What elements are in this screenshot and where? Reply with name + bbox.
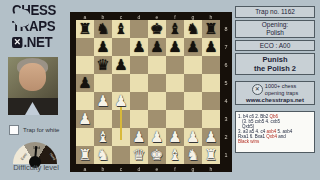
white-piece-a3: ♟ — [78, 110, 91, 128]
square-g8: ♞ — [184, 20, 202, 38]
square-d4 — [130, 92, 148, 110]
square-e1: ♚ — [148, 146, 166, 164]
file-label-h: h — [206, 14, 216, 20]
square-a4 — [76, 92, 94, 110]
trap-number: Trap no. 1162 — [255, 8, 295, 16]
square-f6 — [166, 56, 184, 74]
trap-number-box: Trap no. 1162 — [235, 6, 315, 18]
white-piece-g2: ♟ — [186, 128, 199, 146]
file-label-d: d — [134, 14, 144, 20]
black-piece-e8: ♚ — [150, 20, 163, 38]
opening-name: Polish — [266, 29, 284, 37]
square-f1: ♝ — [166, 146, 184, 164]
square-b1: ♞ — [94, 146, 112, 164]
square-f7: ♟ — [166, 38, 184, 56]
file-label-g: g — [188, 166, 198, 172]
rank-label-7: 7 — [222, 42, 229, 53]
logo-suffix: .NET — [23, 34, 52, 50]
square-g7: ♟ — [184, 38, 202, 56]
square-b6: ♛ — [94, 56, 112, 74]
square-g3 — [184, 110, 202, 128]
black-piece-f8: ♝ — [168, 20, 181, 38]
square-d8 — [130, 20, 148, 38]
square-a5: ♟ — [76, 74, 94, 92]
file-label-a: a — [80, 14, 90, 20]
white-piece-e1: ♚ — [150, 146, 163, 164]
square-e4 — [148, 92, 166, 110]
square-g6 — [184, 56, 202, 74]
presenter-photo — [8, 57, 58, 115]
move-list: 1. b4 c6 2. Bb2 Qb6(3. b5 cxb5 4. cxb5Qx… — [238, 114, 314, 144]
square-a7 — [76, 38, 94, 56]
black-piece-g7: ♟ — [186, 38, 199, 56]
square-d1: ♛ — [130, 146, 148, 164]
trap-for-white-checkbox[interactable] — [9, 125, 19, 135]
square-d6 — [130, 56, 148, 74]
square-f5 — [166, 74, 184, 92]
square-d3 — [130, 110, 148, 128]
file-label-b: b — [98, 166, 108, 172]
white-piece-d1: ♛ — [132, 146, 145, 164]
eco-box: ECO : A00 — [235, 40, 315, 51]
promo-box: ✕ 1000+ chess opening traps www.chesstra… — [235, 81, 315, 105]
file-label-e: e — [152, 166, 162, 172]
gauge-easy-label: Easy — [20, 152, 28, 161]
square-b8: ♞ — [94, 20, 112, 38]
square-b7: ♟ — [94, 38, 112, 56]
square-h3 — [202, 110, 220, 128]
photo-face — [19, 63, 46, 91]
square-d2: ♟ — [130, 128, 148, 146]
file-labels-top: abcdefgh — [76, 12, 220, 20]
square-c8: ♝ — [112, 20, 130, 38]
file-label-f: f — [170, 14, 180, 20]
rank-labels-right: 87654321 — [220, 20, 232, 164]
square-a6 — [76, 56, 94, 74]
x-square-icon: ✕ — [12, 37, 22, 48]
white-piece-e2: ♟ — [150, 128, 163, 146]
square-h8: ♜ — [202, 20, 220, 38]
square-e3 — [148, 110, 166, 128]
square-b5 — [94, 74, 112, 92]
promo-text: 1000+ chess opening traps — [265, 83, 298, 96]
square-c1 — [112, 146, 130, 164]
square-f4 — [166, 92, 184, 110]
square-g4 — [184, 92, 202, 110]
gauge-cutout — [13, 9, 31, 27]
square-c4: ♟ — [112, 92, 130, 110]
white-piece-d2: ♟ — [132, 128, 145, 146]
square-a8: ♜ — [76, 20, 94, 38]
square-d7: ♟ — [130, 38, 148, 56]
square-f2: ♟ — [166, 128, 184, 146]
square-e2: ♟ — [148, 128, 166, 146]
square-e5 — [148, 74, 166, 92]
file-label-f: f — [170, 166, 180, 172]
square-c5 — [112, 74, 130, 92]
presenter-photo-art — [8, 57, 58, 115]
black-piece-d7: ♟ — [132, 38, 145, 56]
file-label-c: c — [116, 14, 126, 20]
square-h2: ♟ — [202, 128, 220, 146]
black-piece-b8: ♞ — [96, 20, 109, 38]
square-h4 — [202, 92, 220, 110]
rank-label-6: 6 — [222, 60, 229, 71]
white-piece-b4: ♟ — [96, 92, 109, 110]
opening-box: Opening: Polish — [235, 20, 315, 38]
white-piece-f2: ♟ — [168, 128, 181, 146]
promo-x-icon: ✕ — [252, 84, 263, 95]
difficulty-level-label: Difficulty level — [8, 163, 64, 172]
square-g1: ♞ — [184, 146, 202, 164]
gauge-hard-label: Hard — [49, 152, 57, 161]
white-piece-f1: ♝ — [168, 146, 181, 164]
promo-website: www.chesstraps.net — [246, 97, 304, 103]
rank-label-1: 1 — [222, 150, 229, 161]
board-squares: ♜♞♝♚♝♞♜♟♟♟♟♟♟♛♟♟♟♟♟♝♟♟♟♟♟♜♞♛♚♝♞♜ — [76, 20, 220, 164]
black-piece-b6: ♛ — [96, 56, 109, 74]
video-frame: CHESS TRAPS ✕ .NET Trap for white Easy M… — [0, 0, 320, 180]
trap-title-box: Punish the Polish 2 — [235, 53, 315, 75]
square-a2 — [76, 128, 94, 146]
black-piece-h7: ♟ — [204, 38, 217, 56]
square-b4: ♟ — [94, 92, 112, 110]
square-g2: ♟ — [184, 128, 202, 146]
black-piece-f7: ♟ — [168, 38, 181, 56]
trap-title-line-1: Punish — [262, 55, 287, 64]
square-c7 — [112, 38, 130, 56]
white-piece-c4: ♟ — [114, 92, 127, 110]
file-labels-bottom: abcdefgh — [76, 164, 220, 172]
rank-label-2: 2 — [222, 132, 229, 143]
black-piece-c6: ♟ — [114, 56, 127, 74]
square-f8: ♝ — [166, 20, 184, 38]
square-h7: ♟ — [202, 38, 220, 56]
white-piece-g1: ♞ — [186, 146, 199, 164]
square-e7: ♟ — [148, 38, 166, 56]
white-piece-h2: ♟ — [204, 128, 217, 146]
chess-board: abcdefgh ♜♞♝♚♝♞♜♟♟♟♟♟♟♛♟♟♟♟♟♝♟♟♟♟♟♜♞♛♚♝♞… — [70, 12, 232, 172]
white-piece-h1: ♜ — [204, 146, 217, 164]
file-label-c: c — [116, 166, 126, 172]
file-label-b: b — [98, 14, 108, 20]
white-piece-b1: ♞ — [96, 146, 109, 164]
file-label-d: d — [134, 166, 144, 172]
black-piece-a5: ♟ — [78, 74, 91, 92]
opening-label: Opening: — [262, 21, 288, 29]
black-piece-a8: ♜ — [78, 20, 91, 38]
square-a3: ♟ — [76, 110, 94, 128]
eco-code: ECO : A00 — [260, 42, 291, 50]
black-piece-h8: ♜ — [204, 20, 217, 38]
black-piece-b7: ♟ — [96, 38, 109, 56]
rank-label-8: 8 — [222, 24, 229, 35]
file-label-a: a — [80, 166, 90, 172]
square-d5 — [130, 74, 148, 92]
white-piece-a1: ♜ — [78, 146, 91, 164]
square-f3 — [166, 110, 184, 128]
rank-label-3: 3 — [222, 114, 229, 125]
file-label-e: e — [152, 14, 162, 20]
trap-title-line-2: the Polish 2 — [254, 64, 296, 73]
move-line: Black wins — [238, 139, 314, 144]
square-e8: ♚ — [148, 20, 166, 38]
square-c6: ♟ — [112, 56, 130, 74]
move-list-box: 1. b4 c6 2. Bb2 Qb6(3. b5 cxb5 4. cxb5Qx… — [235, 111, 315, 153]
square-h6 — [202, 56, 220, 74]
trap-for-white-row: Trap for white — [9, 125, 59, 135]
white-piece-b2: ♝ — [96, 128, 109, 146]
rank-label-4: 4 — [222, 96, 229, 107]
square-b3 — [94, 110, 112, 128]
square-h1: ♜ — [202, 146, 220, 164]
black-piece-g8: ♞ — [186, 20, 199, 38]
square-h5 — [202, 74, 220, 92]
file-label-g: g — [188, 14, 198, 20]
trap-for-white-label: Trap for white — [23, 127, 59, 133]
rank-label-5: 5 — [222, 78, 229, 89]
black-piece-e7: ♟ — [150, 38, 163, 56]
square-g5 — [184, 74, 202, 92]
square-e6 — [148, 56, 166, 74]
file-label-h: h — [206, 166, 216, 172]
square-b2: ♝ — [94, 128, 112, 146]
black-piece-c8: ♝ — [114, 20, 127, 38]
square-a1: ♜ — [76, 146, 94, 164]
